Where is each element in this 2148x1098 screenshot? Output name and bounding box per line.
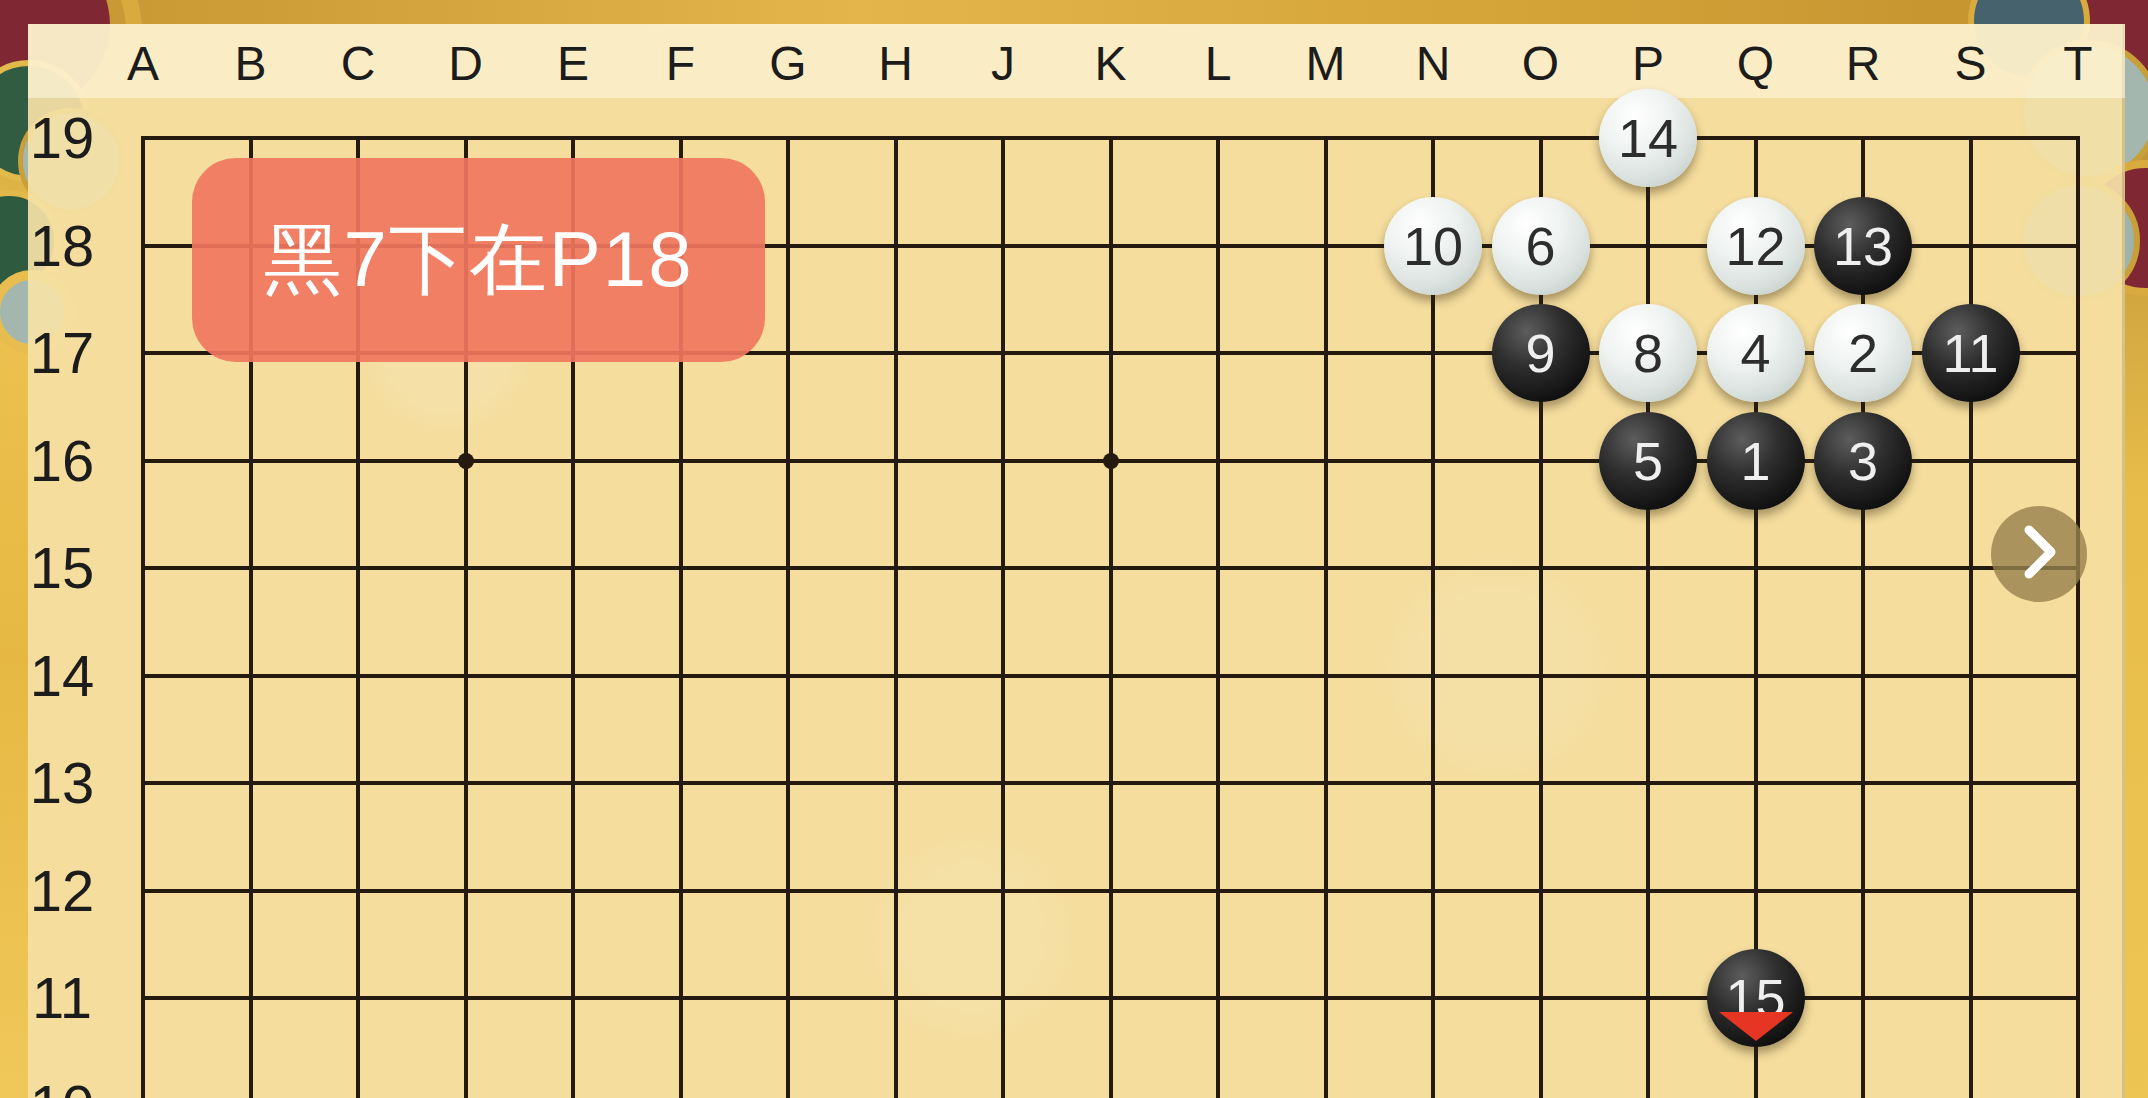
column-label-T: T bbox=[2038, 36, 2118, 91]
column-label-S: S bbox=[1931, 36, 2011, 91]
column-label-A: A bbox=[103, 36, 183, 91]
column-label-G: G bbox=[748, 36, 828, 91]
go-app-screen: ABCDEFGHJKLMNOPQRST19181716151413121110 … bbox=[0, 0, 2148, 1098]
column-label-Q: Q bbox=[1716, 36, 1796, 91]
column-label-J: J bbox=[963, 36, 1043, 91]
column-label-L: L bbox=[1178, 36, 1258, 91]
column-label-D: D bbox=[426, 36, 506, 91]
column-label-M: M bbox=[1286, 36, 1366, 91]
column-label-R: R bbox=[1823, 36, 1903, 91]
gold-frame-top bbox=[0, 0, 2148, 26]
column-label-N: N bbox=[1393, 36, 1473, 91]
column-label-H: H bbox=[856, 36, 936, 91]
column-label-B: B bbox=[211, 36, 291, 91]
column-label-F: F bbox=[641, 36, 721, 91]
column-label-O: O bbox=[1501, 36, 1581, 91]
column-label-C: C bbox=[318, 36, 398, 91]
board-click-target[interactable] bbox=[95, 90, 2148, 1098]
column-label-P: P bbox=[1608, 36, 1688, 91]
column-label-E: E bbox=[533, 36, 613, 91]
column-label-K: K bbox=[1071, 36, 1151, 91]
